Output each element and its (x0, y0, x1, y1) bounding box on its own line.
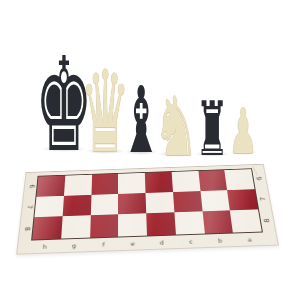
board-square (145, 172, 173, 193)
board-square (32, 217, 62, 240)
vinyl-chessboard: 678 678 hgfedcba (16, 164, 279, 255)
cream-knight-piece: ♞ (153, 86, 199, 168)
board-square (61, 216, 90, 239)
black-rook-piece: ♜ (195, 92, 229, 167)
board-square (90, 194, 118, 216)
board-square (174, 212, 204, 235)
coordinate-label: f (89, 241, 118, 248)
coordinate-label: 6 (256, 176, 263, 180)
board-square (173, 191, 202, 213)
board-square (171, 171, 200, 192)
board-square (146, 192, 175, 214)
coordinate-label: d (147, 239, 177, 246)
coordinate-label: e (118, 240, 147, 247)
coordinate-label: 7 (259, 197, 267, 201)
coordinate-label: h (30, 243, 60, 250)
board-mat-border: 678 678 hgfedcba (16, 164, 279, 255)
board-square (34, 196, 63, 218)
board-square (118, 173, 145, 194)
coordinate-label: 7 (25, 205, 32, 209)
board-square (146, 213, 175, 236)
cream-pawn-piece: ♟ (229, 100, 257, 163)
board-square (230, 210, 262, 233)
board-square (202, 211, 233, 234)
board-square (225, 169, 255, 190)
board-square (90, 215, 119, 238)
coordinate-label: 6 (27, 184, 34, 188)
board-square (200, 190, 230, 212)
board-grid (31, 168, 263, 240)
coordinate-label: a (234, 236, 264, 243)
board-square (198, 170, 227, 191)
chess-set-product-photo: ♚ ♛ ♝ ♞ ♜ ♟ 678 678 hgfedcba (0, 0, 300, 300)
board-square (118, 193, 146, 215)
coordinate-label: c (176, 238, 206, 245)
board-square (91, 174, 118, 195)
coordinate-label: b (205, 237, 235, 244)
board-square (62, 195, 91, 217)
coordinate-label: 8 (22, 227, 30, 231)
board-square (64, 175, 92, 196)
board-square (227, 189, 258, 211)
coordinate-label: 8 (263, 219, 271, 223)
coordinate-label: g (59, 242, 88, 249)
board-square (36, 176, 65, 197)
board-square (118, 214, 147, 237)
